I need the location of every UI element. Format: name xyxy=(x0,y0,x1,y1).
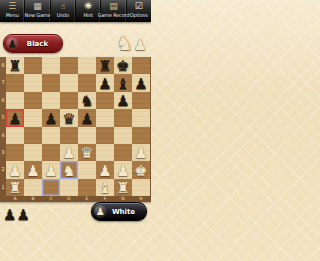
square-e3[interactable]: ♛ xyxy=(78,144,96,161)
black-rook[interactable]: ♜ xyxy=(6,58,24,74)
square-c3[interactable] xyxy=(42,144,60,161)
toolbar-button-hint[interactable]: ☀Hint xyxy=(76,0,101,22)
black-pawn[interactable]: ♟ xyxy=(42,111,60,127)
toolbar-button-label: Undo xyxy=(57,12,69,18)
square-h4[interactable] xyxy=(132,127,150,144)
toolbar-button-game-record[interactable]: ▤Game Record xyxy=(101,0,126,22)
square-h8[interactable] xyxy=(132,57,150,74)
square-h3[interactable]: ♟ xyxy=(132,144,150,161)
white-pawn-icon: ♟ xyxy=(94,205,107,218)
white-bishop[interactable]: ♝ xyxy=(96,180,114,196)
toolbar-button-options[interactable]: ☑Options xyxy=(127,0,151,22)
options-icon: ☑ xyxy=(135,1,143,12)
black-pawn[interactable]: ♟ xyxy=(132,76,150,92)
black-bishop[interactable]: ♝ xyxy=(114,76,132,92)
square-e5[interactable]: ♟ xyxy=(78,109,96,126)
white-knight[interactable]: ♞ xyxy=(60,163,78,179)
square-a8[interactable]: ♜ xyxy=(6,57,24,74)
toolbar-button-label: Game Record xyxy=(98,12,130,18)
square-g5[interactable] xyxy=(114,109,132,126)
captured-by-black-tray: ♞♟ xyxy=(116,29,147,53)
square-c7[interactable] xyxy=(42,74,60,91)
file-label: C xyxy=(42,196,60,202)
square-f5[interactable] xyxy=(96,109,114,126)
square-a5[interactable]: ♟ xyxy=(6,109,24,126)
captured-black-pawn: ♟ xyxy=(16,208,29,223)
square-h5[interactable] xyxy=(132,109,150,126)
captured-white-knight: ♞ xyxy=(116,33,134,53)
white-king[interactable]: ♚ xyxy=(132,163,150,179)
white-pawn[interactable]: ♟ xyxy=(42,163,60,179)
toolbar: ☰Menu▦New Game☝Undo☀Hint▤Game Record☑Opt… xyxy=(0,0,151,22)
square-h7[interactable]: ♟ xyxy=(132,74,150,91)
toolbar-button-undo[interactable]: ☝Undo xyxy=(51,0,76,22)
square-a7[interactable] xyxy=(6,74,24,91)
square-a1[interactable]: ♜ xyxy=(6,179,24,196)
square-b8[interactable] xyxy=(24,57,42,74)
square-c5[interactable]: ♟ xyxy=(42,109,60,126)
square-d7[interactable] xyxy=(60,74,78,91)
square-f3[interactable] xyxy=(96,144,114,161)
square-c2[interactable]: ♟ xyxy=(42,161,60,178)
black-pawn[interactable]: ♟ xyxy=(6,111,24,127)
captured-black-pawn: ♟ xyxy=(3,208,16,223)
square-e4[interactable] xyxy=(78,127,96,144)
square-g6[interactable]: ♟ xyxy=(114,92,132,109)
square-c4[interactable] xyxy=(42,127,60,144)
white-pawn[interactable]: ♟ xyxy=(96,163,114,179)
toolbar-button-menu[interactable]: ☰Menu xyxy=(0,0,25,22)
new-game-icon: ▦ xyxy=(33,1,42,12)
white-pawn[interactable]: ♟ xyxy=(6,163,24,179)
square-a4[interactable] xyxy=(6,127,24,144)
square-h6[interactable] xyxy=(132,92,150,109)
square-d3[interactable]: ♟ xyxy=(60,144,78,161)
captured-by-white-tray: ♟♟ xyxy=(3,199,30,223)
toolbar-button-label: Menu xyxy=(6,12,19,18)
white-pawn[interactable]: ♟ xyxy=(24,163,42,179)
square-h1[interactable] xyxy=(132,179,150,196)
square-b3[interactable] xyxy=(24,144,42,161)
black-pawn[interactable]: ♟ xyxy=(96,76,114,92)
square-d1[interactable] xyxy=(60,179,78,196)
square-g3[interactable] xyxy=(114,144,132,161)
square-d8[interactable] xyxy=(60,57,78,74)
square-e6[interactable]: ♞ xyxy=(78,92,96,109)
square-g1[interactable]: ♜ xyxy=(114,179,132,196)
white-rook[interactable]: ♜ xyxy=(114,180,132,196)
white-player-label: White xyxy=(107,208,146,216)
square-f6[interactable] xyxy=(96,92,114,109)
square-e8[interactable] xyxy=(78,57,96,74)
square-d4[interactable] xyxy=(60,127,78,144)
square-g7[interactable]: ♝ xyxy=(114,74,132,91)
square-c8[interactable] xyxy=(42,57,60,74)
square-f8[interactable]: ♜ xyxy=(96,57,114,74)
black-king[interactable]: ♚ xyxy=(114,58,132,74)
game-record-icon: ▤ xyxy=(109,1,118,12)
square-g4[interactable] xyxy=(114,127,132,144)
toolbar-button-label: Hint xyxy=(83,12,92,18)
square-e7[interactable] xyxy=(78,74,96,91)
square-b6[interactable] xyxy=(24,92,42,109)
square-d2[interactable]: ♞ xyxy=(60,161,78,178)
white-rook[interactable]: ♜ xyxy=(6,180,24,196)
square-c1[interactable] xyxy=(42,179,60,196)
square-e2[interactable] xyxy=(78,161,96,178)
toolbar-button-new-game[interactable]: ▦New Game xyxy=(25,0,50,22)
square-f7[interactable]: ♟ xyxy=(96,74,114,91)
menu-icon: ☰ xyxy=(8,1,16,12)
white-pawn[interactable]: ♟ xyxy=(132,145,150,161)
square-b5[interactable] xyxy=(24,109,42,126)
square-b1[interactable] xyxy=(24,179,42,196)
file-label: D xyxy=(60,196,78,202)
file-label: E xyxy=(78,196,96,202)
black-player-badge[interactable]: ♟ Black xyxy=(3,34,63,53)
black-queen[interactable]: ♛ xyxy=(60,111,78,127)
toolbar-button-label: Options xyxy=(130,12,148,18)
black-pawn-icon: ♟ xyxy=(6,37,19,50)
square-a3[interactable] xyxy=(6,144,24,161)
square-c6[interactable] xyxy=(42,92,60,109)
square-h2[interactable]: ♚ xyxy=(132,161,150,178)
black-rook[interactable]: ♜ xyxy=(96,58,114,74)
square-b2[interactable]: ♟ xyxy=(24,161,42,178)
square-a2[interactable]: ♟ xyxy=(6,161,24,178)
white-queen[interactable]: ♛ xyxy=(78,145,96,161)
square-b4[interactable] xyxy=(24,127,42,144)
black-pawn[interactable]: ♟ xyxy=(78,111,96,127)
square-g8[interactable]: ♚ xyxy=(114,57,132,74)
square-e1[interactable] xyxy=(78,179,96,196)
black-player-label: Black xyxy=(19,40,62,48)
black-knight[interactable]: ♞ xyxy=(78,93,96,109)
white-pawn[interactable]: ♟ xyxy=(60,145,78,161)
black-pawn[interactable]: ♟ xyxy=(114,93,132,109)
hint-icon: ☀ xyxy=(84,1,92,12)
square-b7[interactable] xyxy=(24,74,42,91)
captured-white-pawn: ♟ xyxy=(134,38,147,53)
chess-board: ♜♜♚♟♝♟♞♟♟♟♛♟♟♛♟♟♟♟♞♟♟♚♜♝♜ xyxy=(6,57,150,196)
square-d5[interactable]: ♛ xyxy=(60,109,78,126)
square-f1[interactable]: ♝ xyxy=(96,179,114,196)
toolbar-button-label: New Game xyxy=(25,12,51,18)
square-d6[interactable] xyxy=(60,92,78,109)
square-a6[interactable] xyxy=(6,92,24,109)
white-player-badge[interactable]: ♟ White xyxy=(91,202,147,221)
square-g2[interactable]: ♟ xyxy=(114,161,132,178)
undo-icon: ☝ xyxy=(60,1,65,12)
square-f4[interactable] xyxy=(96,127,114,144)
square-f2[interactable]: ♟ xyxy=(96,161,114,178)
white-pawn[interactable]: ♟ xyxy=(114,163,132,179)
